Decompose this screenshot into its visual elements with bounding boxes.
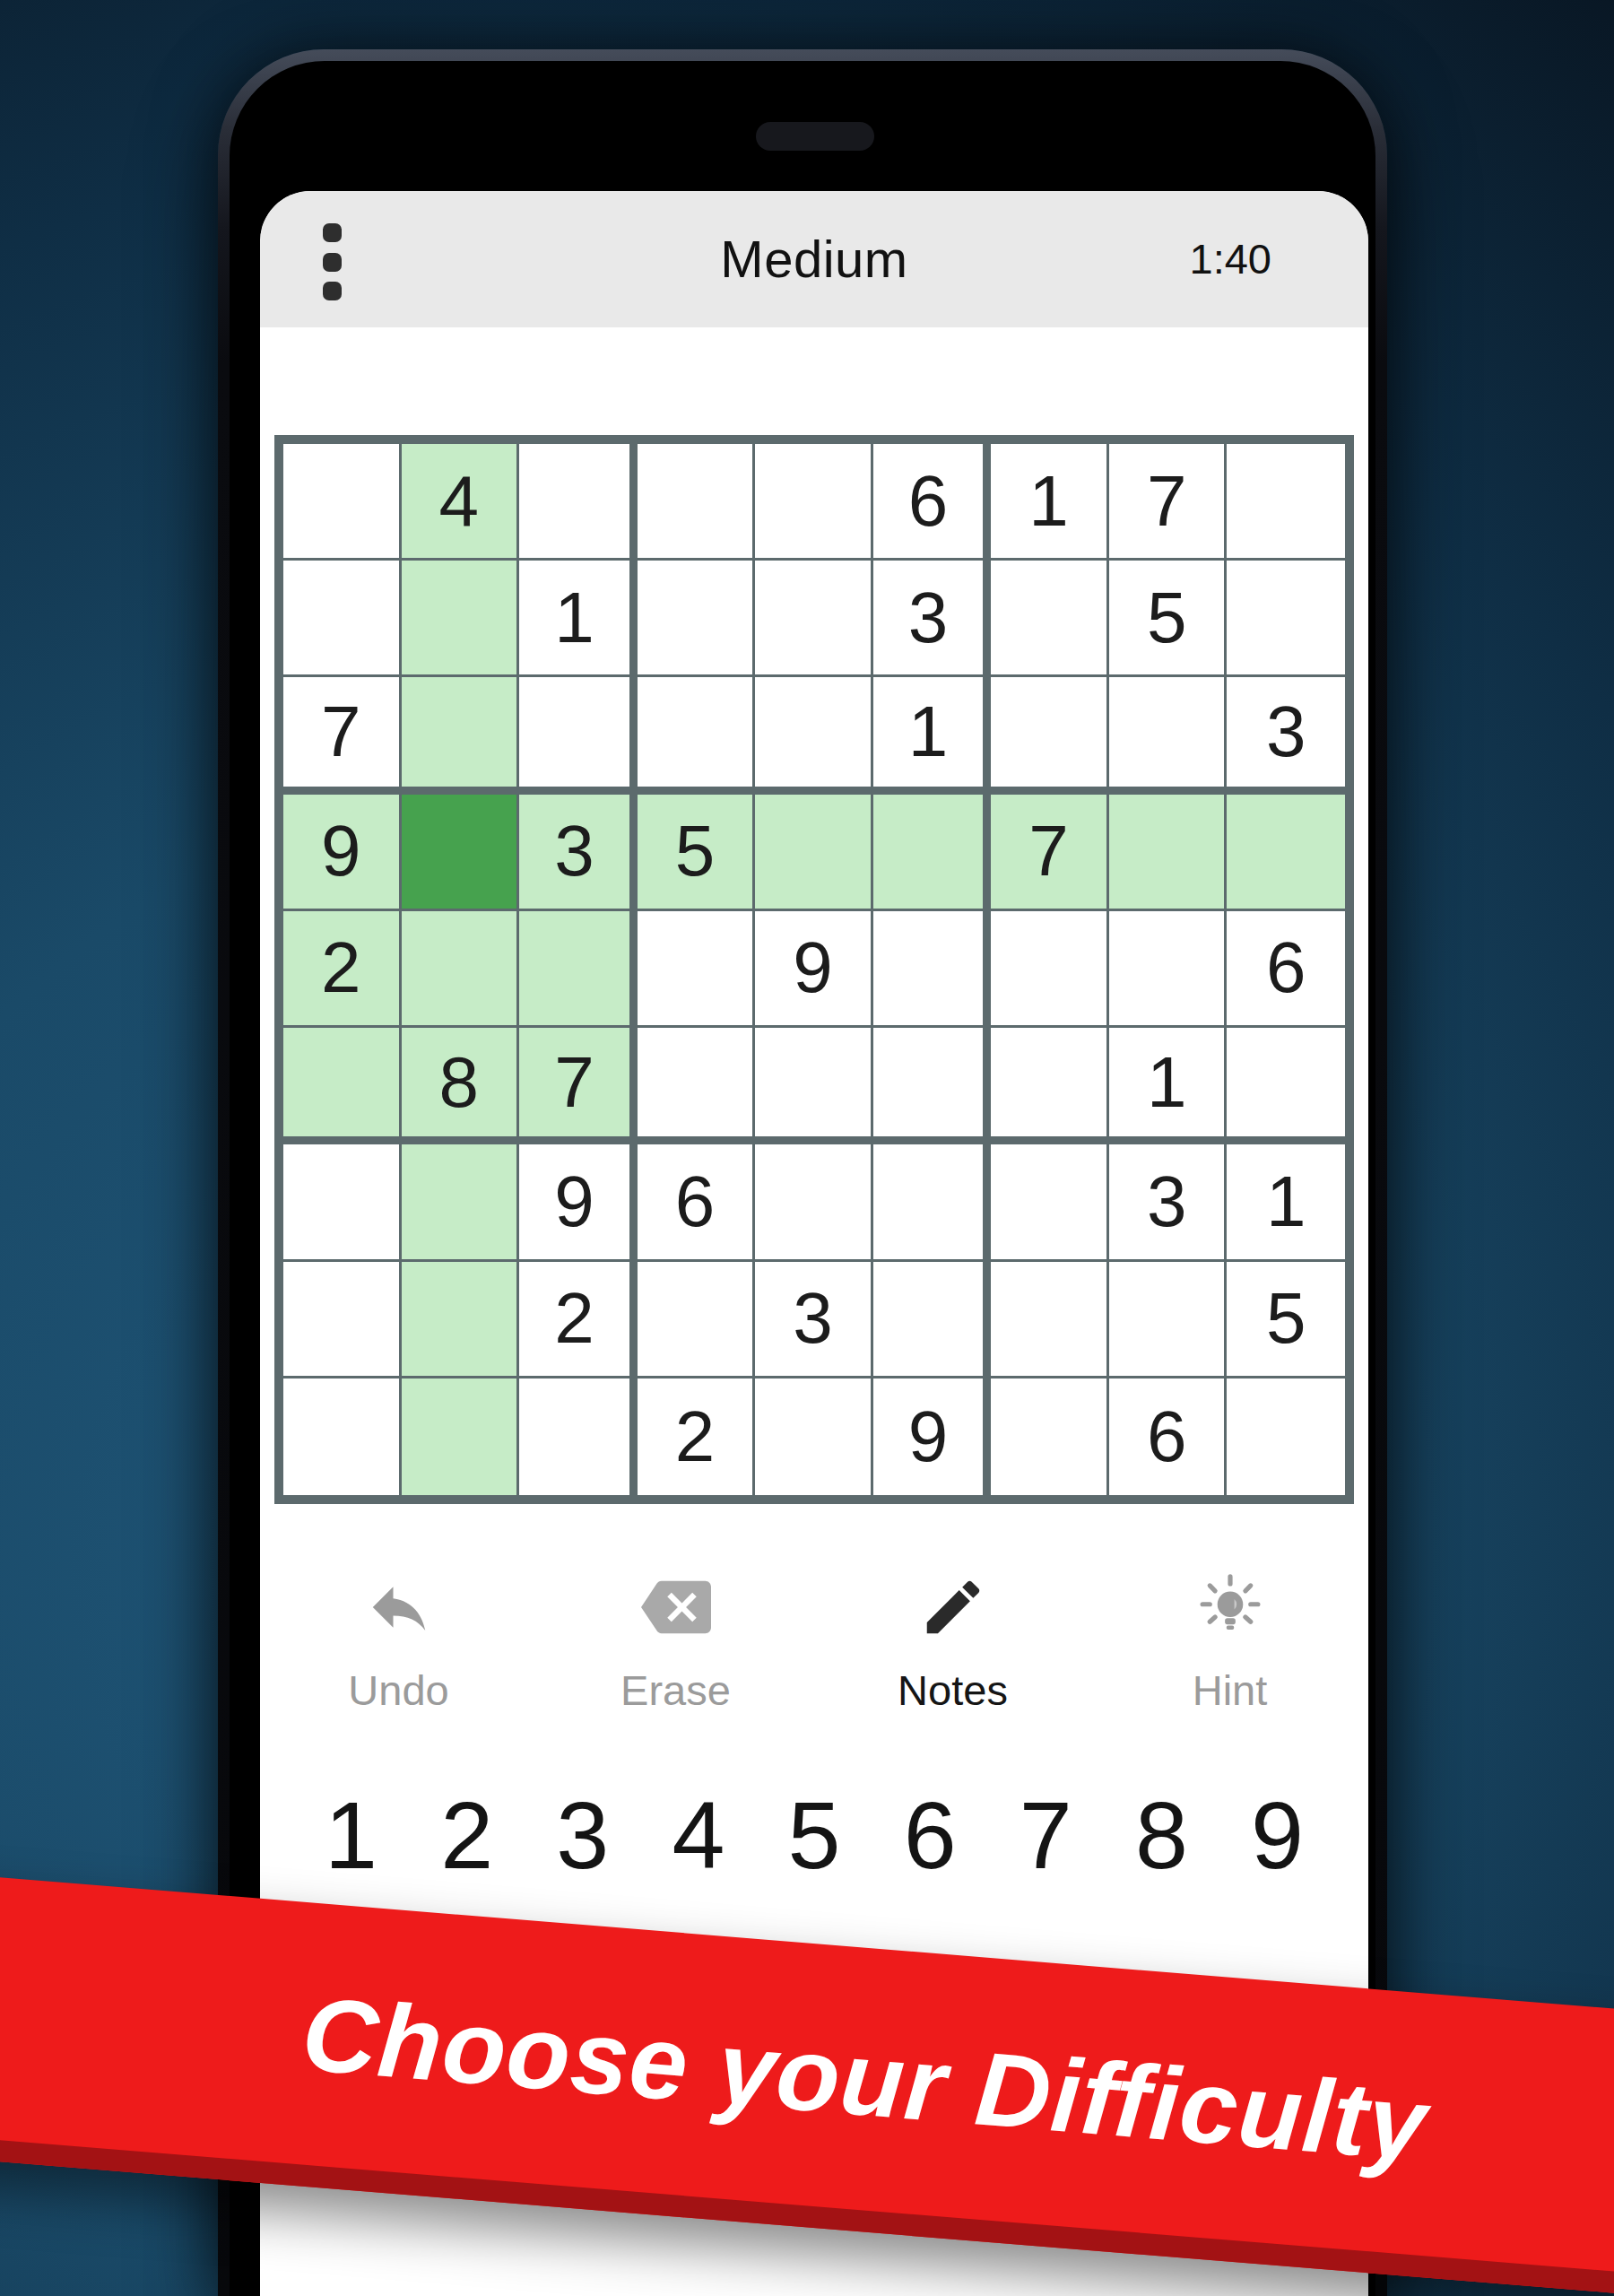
sudoku-cell-r5c2[interactable] [402, 911, 520, 1028]
notes-label: Notes [855, 1665, 1052, 1715]
numpad-digit-7[interactable]: 7 [1020, 1787, 1072, 1883]
erase-button[interactable]: Erase [577, 1572, 775, 1715]
hint-label: Hint [1132, 1665, 1329, 1715]
sudoku-cell-r2c2[interactable] [402, 561, 520, 677]
sudoku-cell-r1c9[interactable] [1227, 444, 1345, 561]
sudoku-cell-r6c7[interactable] [991, 1028, 1109, 1144]
sudoku-cell-r6c4[interactable] [638, 1028, 756, 1144]
sudoku-cell-r7c2[interactable] [402, 1144, 520, 1261]
sudoku-cell-r1c1[interactable] [283, 444, 402, 561]
sudoku-cell-r6c6[interactable] [873, 1028, 992, 1144]
sudoku-cell-r2c3[interactable]: 1 [519, 561, 638, 677]
sudoku-cell-r3c2[interactable] [402, 677, 520, 794]
sudoku-cell-r9c4[interactable]: 2 [638, 1378, 756, 1495]
sudoku-cell-r4c5[interactable] [755, 795, 873, 911]
sudoku-cell-r6c3[interactable]: 7 [519, 1028, 638, 1144]
sudoku-cell-r1c6[interactable]: 6 [873, 444, 992, 561]
hint-button[interactable]: Hint [1132, 1572, 1329, 1715]
sudoku-cell-r8c5[interactable]: 3 [755, 1262, 873, 1378]
sudoku-cell-r3c4[interactable] [638, 677, 756, 794]
sudoku-cell-r3c9[interactable]: 3 [1227, 677, 1345, 794]
sudoku-cell-r5c9[interactable]: 6 [1227, 911, 1345, 1028]
sudoku-cell-r2c7[interactable] [991, 561, 1109, 677]
sudoku-cell-r5c4[interactable] [638, 911, 756, 1028]
sudoku-cell-r7c4[interactable]: 6 [638, 1144, 756, 1261]
sudoku-cell-r6c1[interactable] [283, 1028, 402, 1144]
sudoku-cell-r9c8[interactable]: 6 [1109, 1378, 1228, 1495]
sudoku-cell-r5c6[interactable] [873, 911, 992, 1028]
sudoku-cell-r7c1[interactable] [283, 1144, 402, 1261]
numpad-digit-8[interactable]: 8 [1135, 1787, 1188, 1883]
sudoku-cell-r7c9[interactable]: 1 [1227, 1144, 1345, 1261]
phone-speaker [756, 122, 874, 151]
sudoku-cell-r3c1[interactable]: 7 [283, 677, 402, 794]
promo-ribbon-text: Choose your Difficulty [298, 1973, 1557, 2195]
sudoku-cell-r5c5[interactable]: 9 [755, 911, 873, 1028]
sudoku-cell-r8c8[interactable] [1109, 1262, 1228, 1378]
toolbar: Undo Erase Notes [260, 1572, 1368, 1734]
sudoku-cell-r3c5[interactable] [755, 677, 873, 794]
sudoku-cell-r8c7[interactable] [991, 1262, 1109, 1378]
undo-icon [364, 1572, 434, 1642]
sudoku-cell-r9c5[interactable] [755, 1378, 873, 1495]
sudoku-cell-r9c1[interactable] [283, 1378, 402, 1495]
sudoku-cell-r6c9[interactable] [1227, 1028, 1345, 1144]
sudoku-cell-r8c1[interactable] [283, 1262, 402, 1378]
sudoku-cell-r8c2[interactable] [402, 1262, 520, 1378]
sudoku-cell-r4c4[interactable]: 5 [638, 795, 756, 911]
sudoku-cell-r9c9[interactable] [1227, 1378, 1345, 1495]
numpad-digit-6[interactable]: 6 [904, 1787, 957, 1883]
sudoku-cell-r2c6[interactable]: 3 [873, 561, 992, 677]
sudoku-cell-r2c4[interactable] [638, 561, 756, 677]
sudoku-cell-r8c4[interactable] [638, 1262, 756, 1378]
sudoku-cell-r9c6[interactable]: 9 [873, 1378, 992, 1495]
sudoku-cell-r1c7[interactable]: 1 [991, 444, 1109, 561]
sudoku-cell-r1c2[interactable]: 4 [402, 444, 520, 561]
sudoku-cell-r3c6[interactable]: 1 [873, 677, 992, 794]
numpad-digit-2[interactable]: 2 [440, 1787, 493, 1883]
sudoku-cell-r5c8[interactable] [1109, 911, 1228, 1028]
sudoku-cell-r4c2[interactable] [402, 795, 520, 911]
sudoku-cell-r1c5[interactable] [755, 444, 873, 561]
sudoku-cell-r6c5[interactable] [755, 1028, 873, 1144]
numpad-digit-5[interactable]: 5 [788, 1787, 841, 1883]
sudoku-cell-r6c2[interactable]: 8 [402, 1028, 520, 1144]
numpad-digit-9[interactable]: 9 [1251, 1787, 1304, 1883]
app-header: Medium 1:40 [260, 191, 1368, 327]
sudoku-cell-r4c3[interactable]: 3 [519, 795, 638, 911]
sudoku-cell-r4c9[interactable] [1227, 795, 1345, 911]
numpad-digit-3[interactable]: 3 [556, 1787, 609, 1883]
sudoku-cell-r4c1[interactable]: 9 [283, 795, 402, 911]
sudoku-cell-r7c7[interactable] [991, 1144, 1109, 1261]
sudoku-cell-r2c1[interactable] [283, 561, 402, 677]
sudoku-cell-r5c7[interactable] [991, 911, 1109, 1028]
sudoku-cell-r9c2[interactable] [402, 1378, 520, 1495]
sudoku-cell-r2c8[interactable]: 5 [1109, 561, 1228, 677]
sudoku-cell-r7c6[interactable] [873, 1144, 992, 1261]
sudoku-cell-r4c6[interactable] [873, 795, 992, 911]
timer: 1:40 [1190, 191, 1271, 327]
sudoku-board: 461713571393572968719631235296 [274, 435, 1354, 1504]
sudoku-cell-r8c6[interactable] [873, 1262, 992, 1378]
sudoku-cell-r2c9[interactable] [1227, 561, 1345, 677]
sudoku-cell-r8c9[interactable]: 5 [1227, 1262, 1345, 1378]
sudoku-cell-r1c4[interactable] [638, 444, 756, 561]
sudoku-cell-r9c3[interactable] [519, 1378, 638, 1495]
sudoku-cell-r8c3[interactable]: 2 [519, 1262, 638, 1378]
sudoku-cell-r4c7[interactable]: 7 [991, 795, 1109, 911]
numpad-digit-1[interactable]: 1 [325, 1787, 377, 1883]
sudoku-cell-r5c1[interactable]: 2 [283, 911, 402, 1028]
sudoku-cell-r3c7[interactable] [991, 677, 1109, 794]
sudoku-cell-r4c8[interactable] [1109, 795, 1228, 911]
hint-lightbulb-icon [1195, 1572, 1265, 1642]
undo-label: Undo [300, 1665, 498, 1715]
sudoku-cell-r6c8[interactable]: 1 [1109, 1028, 1228, 1144]
number-pad: 123456789 [260, 1777, 1368, 1893]
sudoku-cell-r2c5[interactable] [755, 561, 873, 677]
sudoku-cell-r1c3[interactable] [519, 444, 638, 561]
sudoku-cell-r9c7[interactable] [991, 1378, 1109, 1495]
sudoku-cell-r7c5[interactable] [755, 1144, 873, 1261]
sudoku-cell-r3c3[interactable] [519, 677, 638, 794]
sudoku-cell-r1c8[interactable]: 7 [1109, 444, 1228, 561]
notes-button[interactable]: Notes [855, 1572, 1052, 1715]
erase-label: Erase [577, 1665, 775, 1715]
sudoku-cell-r7c8[interactable]: 3 [1109, 1144, 1228, 1261]
sudoku-cell-r7c3[interactable]: 9 [519, 1144, 638, 1261]
undo-button[interactable]: Undo [300, 1572, 498, 1715]
sudoku-cell-r5c3[interactable] [519, 911, 638, 1028]
numpad-digit-4[interactable]: 4 [672, 1787, 725, 1883]
erase-backspace-icon [641, 1572, 711, 1642]
notes-pencil-icon [918, 1572, 988, 1642]
sudoku-cell-r3c8[interactable] [1109, 677, 1228, 794]
